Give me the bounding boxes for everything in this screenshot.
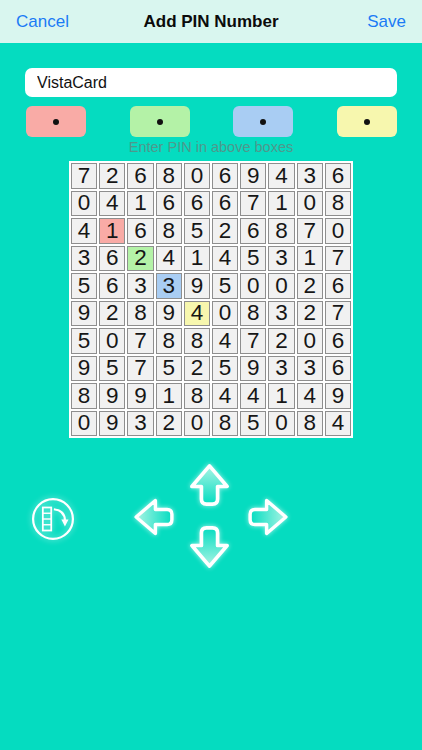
add-pin-screen: Cancel Add PIN Number Save Enter PIN in …: [0, 0, 422, 750]
grid-cell[interactable]: 7: [127, 328, 153, 354]
arrow-up-button[interactable]: [186, 460, 233, 510]
arrow-left-button[interactable]: [130, 495, 178, 539]
grid-cell[interactable]: 4: [212, 383, 238, 409]
grid-cell[interactable]: 7: [71, 163, 97, 189]
grid-cell[interactable]: 5: [240, 411, 266, 437]
grid-cell[interactable]: 5: [212, 273, 238, 299]
grid-cell[interactable]: 3: [268, 246, 294, 272]
grid-cell[interactable]: 6: [240, 218, 266, 244]
grid-cell[interactable]: 9: [325, 383, 351, 409]
grid-cell[interactable]: 4: [212, 328, 238, 354]
grid-cell[interactable]: 1: [297, 246, 323, 272]
grid-cell[interactable]: 4: [71, 218, 97, 244]
grid-cell[interactable]: 0: [297, 191, 323, 217]
grid-cell[interactable]: 9: [99, 383, 125, 409]
grid-cell[interactable]: 9: [99, 411, 125, 437]
grid-cell[interactable]: 8: [184, 383, 210, 409]
cancel-button[interactable]: Cancel: [16, 12, 69, 32]
grid-cell[interactable]: 0: [212, 301, 238, 327]
grid-cell[interactable]: 6: [325, 328, 351, 354]
grid-cell[interactable]: 1: [99, 218, 125, 244]
masked-digit-dot: [157, 119, 163, 125]
nav-bar: Cancel Add PIN Number Save: [0, 0, 422, 43]
grid-cell[interactable]: 3: [71, 246, 97, 272]
grid-cell[interactable]: 8: [184, 328, 210, 354]
save-button[interactable]: Save: [367, 12, 406, 32]
arrow-up-icon: [186, 460, 233, 510]
grid-cell[interactable]: 5: [156, 356, 182, 382]
grid-cell[interactable]: 8: [156, 163, 182, 189]
grid-cell[interactable]: 6: [212, 163, 238, 189]
grid-cell[interactable]: 4: [99, 191, 125, 217]
grid-cell[interactable]: 5: [184, 218, 210, 244]
grid-cell[interactable]: 6: [212, 191, 238, 217]
grid-cell[interactable]: 3: [127, 411, 153, 437]
grid-cell[interactable]: 2: [99, 163, 125, 189]
grid-cell[interactable]: 1: [268, 383, 294, 409]
grid-cell[interactable]: 8: [71, 383, 97, 409]
pin-digit-4[interactable]: [337, 106, 397, 137]
grid-cell[interactable]: 2: [212, 218, 238, 244]
grid-cell[interactable]: 1: [184, 246, 210, 272]
card-name-input[interactable]: [25, 68, 397, 97]
grid-cell[interactable]: 6: [127, 163, 153, 189]
grid-cell[interactable]: 0: [297, 328, 323, 354]
grid-cell[interactable]: 1: [156, 383, 182, 409]
grid-cell[interactable]: 8: [325, 191, 351, 217]
grid-cell[interactable]: 7: [127, 356, 153, 382]
grid-cell[interactable]: 1: [127, 191, 153, 217]
grid-cell[interactable]: 7: [297, 218, 323, 244]
grid-cell[interactable]: 8: [297, 411, 323, 437]
pin-boxes-row: [26, 106, 397, 137]
grid-cell[interactable]: 8: [127, 301, 153, 327]
masked-digit-dot: [260, 119, 266, 125]
grid-cell[interactable]: 8: [268, 218, 294, 244]
grid-cell[interactable]: 8: [156, 218, 182, 244]
arrow-down-icon: [186, 522, 233, 572]
grid-cell[interactable]: 2: [184, 356, 210, 382]
grid-cell[interactable]: 3: [268, 301, 294, 327]
arrow-right-button[interactable]: [244, 495, 292, 539]
grid-cell[interactable]: 0: [71, 191, 97, 217]
grid-cell[interactable]: 3: [156, 273, 182, 299]
grid-cell[interactable]: 4: [268, 163, 294, 189]
grid-cell[interactable]: 8: [156, 328, 182, 354]
masked-digit-dot: [53, 119, 59, 125]
grid-cell[interactable]: 9: [240, 163, 266, 189]
masked-digit-dot: [364, 119, 370, 125]
grid-cell[interactable]: 5: [71, 273, 97, 299]
grid-cell[interactable]: 4: [325, 411, 351, 437]
grid-cell[interactable]: 8: [240, 301, 266, 327]
pin-grid: 7268069436041666710841685268703624145317…: [69, 161, 353, 438]
grid-cell[interactable]: 6: [325, 163, 351, 189]
pin-digit-2[interactable]: [130, 106, 190, 137]
grid-cell[interactable]: 6: [325, 273, 351, 299]
grid-cell[interactable]: 0: [325, 218, 351, 244]
grid-cell[interactable]: 2: [297, 273, 323, 299]
grid-cell[interactable]: 5: [99, 356, 125, 382]
grid-cell[interactable]: 9: [127, 383, 153, 409]
grid-cell[interactable]: 2: [99, 301, 125, 327]
grid-cell[interactable]: 3: [297, 163, 323, 189]
grid-cell[interactable]: 5: [71, 328, 97, 354]
grid-cell[interactable]: 6: [127, 218, 153, 244]
grid-cell[interactable]: 5: [240, 246, 266, 272]
grid-cell[interactable]: 9: [71, 356, 97, 382]
grid-cell[interactable]: 8: [212, 411, 238, 437]
grid-cell[interactable]: 3: [268, 356, 294, 382]
grid-cell[interactable]: 7: [240, 191, 266, 217]
arrow-left-icon: [130, 495, 178, 539]
grid-cell[interactable]: 2: [268, 328, 294, 354]
grid-cell[interactable]: 0: [240, 273, 266, 299]
grid-cell[interactable]: 9: [156, 301, 182, 327]
grid-cell[interactable]: 7: [325, 246, 351, 272]
grid-cell[interactable]: 4: [156, 246, 182, 272]
grid-cell[interactable]: 6: [325, 356, 351, 382]
grid-cell[interactable]: 3: [127, 273, 153, 299]
grid-cell[interactable]: 9: [71, 301, 97, 327]
grid-cell[interactable]: 4: [297, 383, 323, 409]
grid-cell[interactable]: 0: [268, 273, 294, 299]
grid-cell[interactable]: 7: [240, 328, 266, 354]
pin-digit-3[interactable]: [233, 106, 293, 137]
rotate-column-icon: [30, 496, 76, 542]
grid-cell[interactable]: 7: [325, 301, 351, 327]
grid-cell[interactable]: 3: [297, 356, 323, 382]
grid-cell[interactable]: 1: [268, 191, 294, 217]
pin-digit-1[interactable]: [26, 106, 86, 137]
grid-cell[interactable]: 6: [156, 191, 182, 217]
grid-cell[interactable]: 6: [99, 273, 125, 299]
grid-cell[interactable]: 6: [99, 246, 125, 272]
grid-cell[interactable]: 2: [297, 301, 323, 327]
grid-cell[interactable]: 0: [184, 411, 210, 437]
grid-cell[interactable]: 0: [268, 411, 294, 437]
grid-cell[interactable]: 4: [212, 246, 238, 272]
grid-cell[interactable]: 0: [71, 411, 97, 437]
grid-cell[interactable]: 9: [184, 273, 210, 299]
grid-cell[interactable]: 0: [184, 163, 210, 189]
arrow-right-icon: [244, 495, 292, 539]
grid-cell[interactable]: 2: [156, 411, 182, 437]
instruction-text: Enter PIN in above boxes: [0, 139, 422, 155]
grid-cell[interactable]: 6: [184, 191, 210, 217]
grid-cell[interactable]: 4: [240, 383, 266, 409]
rotate-column-button[interactable]: [30, 496, 76, 542]
grid-cell[interactable]: 5: [212, 356, 238, 382]
grid-cell[interactable]: 0: [99, 328, 125, 354]
grid-cell[interactable]: 2: [127, 246, 153, 272]
grid-cell[interactable]: 9: [240, 356, 266, 382]
arrow-down-button[interactable]: [186, 522, 233, 572]
grid-cell[interactable]: 4: [184, 301, 210, 327]
